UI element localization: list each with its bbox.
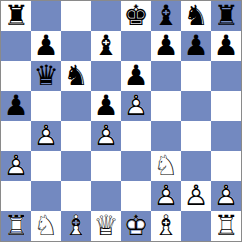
piece-black-pawn[interactable]: ♟ [1,91,31,121]
piece-black-pawn[interactable]: ♟ [91,91,121,121]
black-piece-glyph: ♟ [151,31,181,61]
square-a7[interactable] [1,31,31,61]
piece-black-pawn[interactable]: ♟ [151,31,181,61]
square-a1[interactable]: ♜♖ [1,211,31,241]
square-c8[interactable] [61,1,91,31]
square-d2[interactable] [91,181,121,211]
black-piece-glyph: ♚ [121,1,151,31]
piece-black-rook[interactable]: ♜ [1,1,31,31]
piece-black-pawn[interactable]: ♟ [31,31,61,61]
square-g6[interactable] [181,61,211,91]
square-f6[interactable] [151,61,181,91]
piece-black-knight[interactable]: ♞ [61,61,91,91]
square-g7[interactable]: ♟ [181,31,211,61]
black-piece-glyph: ♟ [121,61,151,91]
piece-white-pawn[interactable]: ♟♙ [151,181,181,211]
black-piece-glyph: ♟ [91,91,121,121]
square-e6[interactable]: ♟ [121,61,151,91]
black-piece-glyph: ♛ [31,61,61,91]
white-piece-outline-glyph: ♙ [181,181,211,211]
piece-white-rook[interactable]: ♜♖ [211,211,241,241]
square-f1[interactable]: ♝♗ [151,211,181,241]
square-f3[interactable]: ♞♘ [151,151,181,181]
piece-white-bishop[interactable]: ♝♗ [61,211,91,241]
piece-white-pawn[interactable]: ♟♙ [121,91,151,121]
piece-black-king[interactable]: ♚ [121,1,151,31]
white-piece-outline-glyph: ♘ [31,211,61,241]
black-piece-glyph: ♟ [181,31,211,61]
square-h1[interactable]: ♜♖ [211,211,241,241]
white-piece-outline-glyph: ♘ [151,151,181,181]
piece-black-rook[interactable]: ♜ [211,1,241,31]
black-piece-glyph: ♟ [31,31,61,61]
square-h8[interactable]: ♜ [211,1,241,31]
white-piece-outline-glyph: ♙ [91,121,121,151]
white-piece-outline-glyph: ♙ [31,121,61,151]
white-piece-outline-glyph: ♗ [61,211,91,241]
white-piece-outline-glyph: ♗ [151,211,181,241]
square-c3[interactable] [61,151,91,181]
square-e2[interactable] [121,181,151,211]
square-f4[interactable] [151,121,181,151]
square-b4[interactable]: ♟♙ [31,121,61,151]
square-b3[interactable] [31,151,61,181]
square-b8[interactable] [31,1,61,31]
black-piece-glyph: ♞ [181,1,211,31]
piece-white-pawn[interactable]: ♟♙ [91,121,121,151]
piece-black-pawn[interactable]: ♟ [181,31,211,61]
piece-white-rook[interactable]: ♜♖ [1,211,31,241]
white-piece-outline-glyph: ♙ [211,181,241,211]
square-d1[interactable]: ♛♕ [91,211,121,241]
white-piece-outline-glyph: ♙ [121,91,151,121]
piece-white-knight[interactable]: ♞♘ [31,211,61,241]
square-e3[interactable] [121,151,151,181]
square-b6[interactable]: ♛ [31,61,61,91]
square-a4[interactable] [1,121,31,151]
piece-white-queen[interactable]: ♛♕ [91,211,121,241]
square-d5[interactable]: ♟ [91,91,121,121]
square-b5[interactable] [31,91,61,121]
square-g3[interactable] [181,151,211,181]
square-h4[interactable] [211,121,241,151]
piece-white-king[interactable]: ♚♔ [121,211,151,241]
square-c7[interactable] [61,31,91,61]
piece-white-pawn[interactable]: ♟♙ [181,181,211,211]
square-g4[interactable] [181,121,211,151]
square-h3[interactable] [211,151,241,181]
square-g5[interactable] [181,91,211,121]
square-d4[interactable]: ♟♙ [91,121,121,151]
square-h2[interactable]: ♟♙ [211,181,241,211]
square-c2[interactable] [61,181,91,211]
black-piece-glyph: ♜ [211,1,241,31]
square-c5[interactable] [61,91,91,121]
square-a8[interactable]: ♜ [1,1,31,31]
piece-white-knight[interactable]: ♞♘ [151,151,181,181]
white-piece-outline-glyph: ♙ [1,151,31,181]
square-a3[interactable]: ♟♙ [1,151,31,181]
square-c1[interactable]: ♝♗ [61,211,91,241]
square-e4[interactable] [121,121,151,151]
square-d8[interactable] [91,1,121,31]
square-g1[interactable] [181,211,211,241]
square-d3[interactable] [91,151,121,181]
white-piece-outline-glyph: ♖ [1,211,31,241]
chess-board: ♜♚♝♞♜♟♝♟♟♟♛♞♟♟♟♟♙♟♙♟♙♟♙♞♘♟♙♟♙♟♙♜♖♞♘♝♗♛♕♚… [0,0,242,242]
square-h5[interactable] [211,91,241,121]
square-h6[interactable] [211,61,241,91]
square-a5[interactable]: ♟ [1,91,31,121]
square-f8[interactable]: ♝ [151,1,181,31]
square-b7[interactable]: ♟ [31,31,61,61]
square-f5[interactable] [151,91,181,121]
square-b1[interactable]: ♞♘ [31,211,61,241]
black-piece-glyph: ♟ [1,91,31,121]
white-piece-outline-glyph: ♖ [211,211,241,241]
piece-white-pawn[interactable]: ♟♙ [211,181,241,211]
black-piece-glyph: ♝ [151,1,181,31]
white-piece-outline-glyph: ♕ [91,211,121,241]
square-g8[interactable]: ♞ [181,1,211,31]
black-piece-glyph: ♝ [91,31,121,61]
piece-black-bishop[interactable]: ♝ [91,31,121,61]
square-h7[interactable]: ♟ [211,31,241,61]
white-piece-outline-glyph: ♔ [121,211,151,241]
piece-black-queen[interactable]: ♛ [31,61,61,91]
piece-black-knight[interactable]: ♞ [181,1,211,31]
piece-white-pawn[interactable]: ♟♙ [1,151,31,181]
piece-black-pawn[interactable]: ♟ [121,61,151,91]
square-c4[interactable] [61,121,91,151]
square-g2[interactable]: ♟♙ [181,181,211,211]
square-e5[interactable]: ♟♙ [121,91,151,121]
square-e8[interactable]: ♚ [121,1,151,31]
square-b2[interactable] [31,181,61,211]
square-e1[interactable]: ♚♔ [121,211,151,241]
white-piece-outline-glyph: ♙ [151,181,181,211]
black-piece-glyph: ♜ [1,1,31,31]
piece-black-pawn[interactable]: ♟ [211,31,241,61]
square-e7[interactable] [121,31,151,61]
square-f7[interactable]: ♟ [151,31,181,61]
black-piece-glyph: ♟ [211,31,241,61]
square-c6[interactable]: ♞ [61,61,91,91]
piece-white-bishop[interactable]: ♝♗ [151,211,181,241]
square-f2[interactable]: ♟♙ [151,181,181,211]
square-a2[interactable] [1,181,31,211]
piece-white-pawn[interactable]: ♟♙ [31,121,61,151]
square-a6[interactable] [1,61,31,91]
square-d7[interactable]: ♝ [91,31,121,61]
square-d6[interactable] [91,61,121,91]
piece-black-bishop[interactable]: ♝ [151,1,181,31]
black-piece-glyph: ♞ [61,61,91,91]
